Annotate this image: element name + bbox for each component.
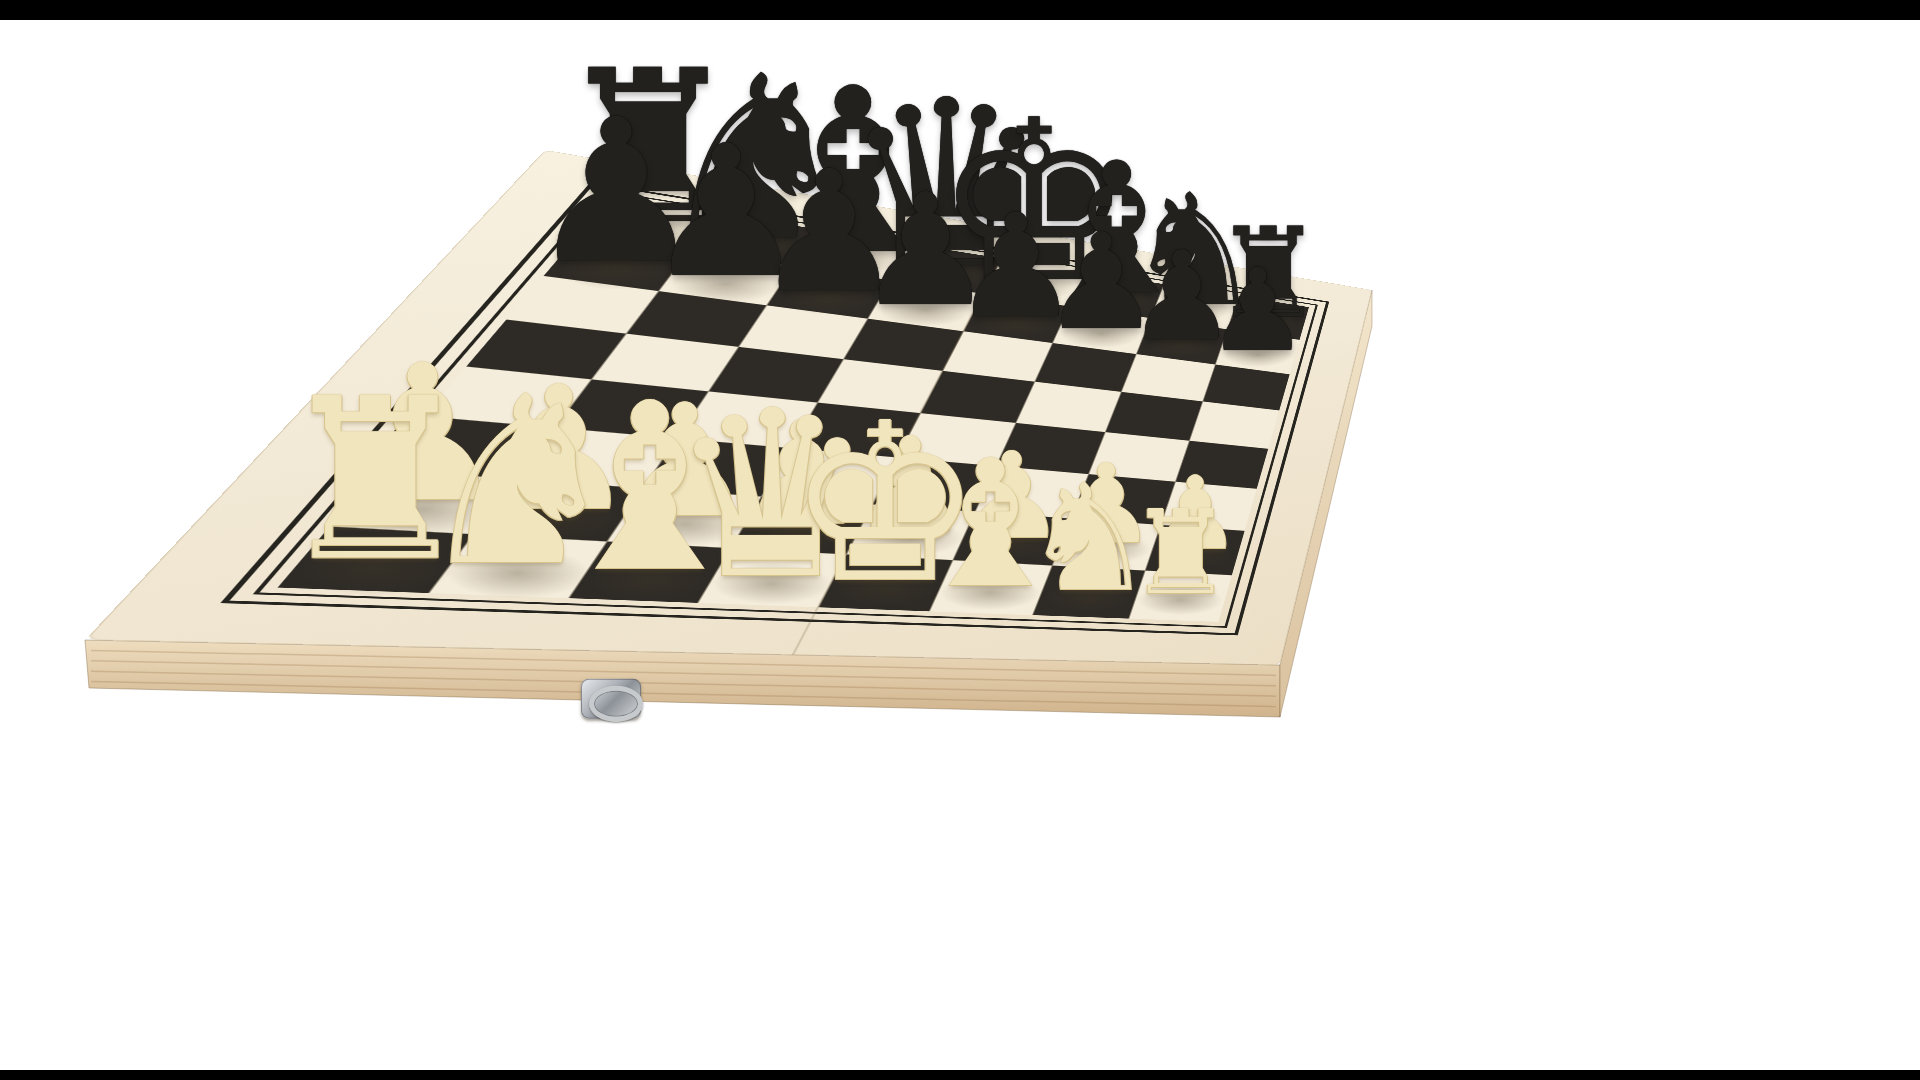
clasp-ring <box>589 686 643 722</box>
square-h3 <box>1161 482 1256 531</box>
square-f4 <box>996 423 1104 474</box>
board-print-border <box>220 182 1329 635</box>
square-g3 <box>1071 474 1175 524</box>
metal-clasp <box>573 673 649 725</box>
square-f1 <box>930 560 1052 615</box>
square-f2 <box>953 512 1070 565</box>
square-f3 <box>975 466 1087 518</box>
photo-scene: ♜♞♝♟♛♟♚♟♝♟♞♜♟♟♟♟♟♟♟♟♟♟♟♟♜♞♝♛♚♝♞♜ <box>0 0 1920 1080</box>
chess-board <box>85 150 1372 665</box>
letterbox-bottom <box>0 1070 1920 1080</box>
square-g4 <box>1089 432 1189 481</box>
square-h1 <box>1129 571 1232 622</box>
letterbox-top <box>0 0 1920 20</box>
square-g2 <box>1053 519 1160 571</box>
board-print-inner-border <box>253 190 1318 628</box>
square-h2 <box>1146 525 1245 575</box>
square-h4 <box>1176 441 1268 489</box>
board-grid <box>278 197 1309 622</box>
square-g1 <box>1033 566 1145 619</box>
